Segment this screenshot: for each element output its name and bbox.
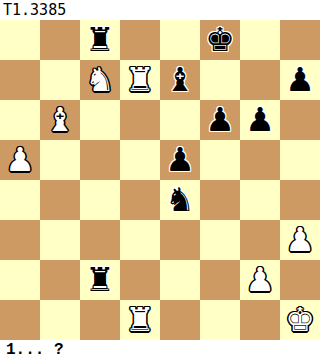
black-pawn-icon: ♟ [285, 60, 315, 100]
square-a3[interactable] [0, 220, 40, 260]
black-pawn-icon: ♟ [245, 100, 275, 140]
black-rook-icon: ♜ [85, 260, 115, 300]
square-b5[interactable] [40, 140, 80, 180]
square-e7[interactable]: ♝ [160, 60, 200, 100]
chess-puzzle-app: T1.3385 ♜♚♞♜♝♟♝♟♟♟♟♞♟♜♟♜♚ 1... ? [0, 0, 320, 360]
square-c5[interactable] [80, 140, 120, 180]
square-c6[interactable] [80, 100, 120, 140]
white-pawn-icon: ♟ [245, 260, 275, 300]
black-pawn-icon: ♟ [165, 140, 195, 180]
square-e1[interactable] [160, 300, 200, 340]
square-b2[interactable] [40, 260, 80, 300]
square-h7[interactable]: ♟ [280, 60, 320, 100]
white-pawn-icon: ♟ [285, 220, 315, 260]
square-b1[interactable] [40, 300, 80, 340]
chess-board: ♜♚♞♜♝♟♝♟♟♟♟♞♟♜♟♜♚ [0, 20, 320, 340]
square-d1[interactable]: ♜ [120, 300, 160, 340]
square-d7[interactable]: ♜ [120, 60, 160, 100]
square-h5[interactable] [280, 140, 320, 180]
square-c8[interactable]: ♜ [80, 20, 120, 60]
square-d6[interactable] [120, 100, 160, 140]
square-g5[interactable] [240, 140, 280, 180]
square-g6[interactable]: ♟ [240, 100, 280, 140]
black-knight-icon: ♞ [165, 180, 195, 220]
white-rook-icon: ♜ [125, 300, 155, 340]
black-bishop-icon: ♝ [165, 60, 195, 100]
square-b8[interactable] [40, 20, 80, 60]
square-e4[interactable]: ♞ [160, 180, 200, 220]
square-a8[interactable] [0, 20, 40, 60]
square-h4[interactable] [280, 180, 320, 220]
square-c2[interactable]: ♜ [80, 260, 120, 300]
square-a5[interactable]: ♟ [0, 140, 40, 180]
black-pawn-icon: ♟ [205, 100, 235, 140]
square-c1[interactable] [80, 300, 120, 340]
square-g7[interactable] [240, 60, 280, 100]
square-b4[interactable] [40, 180, 80, 220]
square-f2[interactable] [200, 260, 240, 300]
puzzle-title: T1.3385 [0, 0, 320, 20]
square-c3[interactable] [80, 220, 120, 260]
square-c7[interactable]: ♞ [80, 60, 120, 100]
white-king-icon: ♚ [285, 300, 315, 340]
black-rook-icon: ♜ [85, 20, 115, 60]
square-d4[interactable] [120, 180, 160, 220]
square-a1[interactable] [0, 300, 40, 340]
square-c4[interactable] [80, 180, 120, 220]
square-e3[interactable] [160, 220, 200, 260]
white-bishop-icon: ♝ [45, 100, 75, 140]
move-prompt: 1... ? [0, 340, 320, 360]
white-knight-icon: ♞ [85, 60, 115, 100]
square-d5[interactable] [120, 140, 160, 180]
square-b6[interactable]: ♝ [40, 100, 80, 140]
square-b7[interactable] [40, 60, 80, 100]
square-h2[interactable] [280, 260, 320, 300]
square-g1[interactable] [240, 300, 280, 340]
black-king-icon: ♚ [205, 20, 235, 60]
square-f8[interactable]: ♚ [200, 20, 240, 60]
square-h8[interactable] [280, 20, 320, 60]
square-h6[interactable] [280, 100, 320, 140]
white-rook-icon: ♜ [125, 60, 155, 100]
square-g8[interactable] [240, 20, 280, 60]
square-b3[interactable] [40, 220, 80, 260]
square-f3[interactable] [200, 220, 240, 260]
square-a7[interactable] [0, 60, 40, 100]
square-f7[interactable] [200, 60, 240, 100]
square-g4[interactable] [240, 180, 280, 220]
square-d8[interactable] [120, 20, 160, 60]
square-f6[interactable]: ♟ [200, 100, 240, 140]
square-e2[interactable] [160, 260, 200, 300]
square-e5[interactable]: ♟ [160, 140, 200, 180]
square-f5[interactable] [200, 140, 240, 180]
square-d2[interactable] [120, 260, 160, 300]
square-e6[interactable] [160, 100, 200, 140]
square-f4[interactable] [200, 180, 240, 220]
square-f1[interactable] [200, 300, 240, 340]
square-d3[interactable] [120, 220, 160, 260]
square-g3[interactable] [240, 220, 280, 260]
square-h3[interactable]: ♟ [280, 220, 320, 260]
square-h1[interactable]: ♚ [280, 300, 320, 340]
square-a4[interactable] [0, 180, 40, 220]
square-a6[interactable] [0, 100, 40, 140]
square-g2[interactable]: ♟ [240, 260, 280, 300]
white-pawn-icon: ♟ [5, 140, 35, 180]
square-a2[interactable] [0, 260, 40, 300]
square-e8[interactable] [160, 20, 200, 60]
